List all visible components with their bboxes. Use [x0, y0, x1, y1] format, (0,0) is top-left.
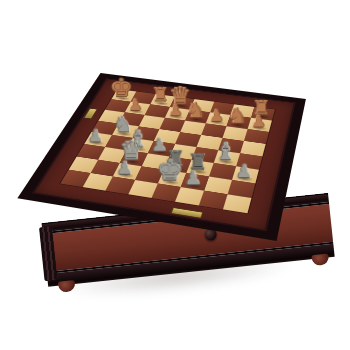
brass-plaque-back — [83, 108, 97, 119]
copper-pawn-h7[interactable]: ♟ — [251, 113, 266, 130]
copper-pawn-f7[interactable]: ♟ — [209, 107, 224, 123]
silver-bishop-g4[interactable]: ♝ — [215, 140, 236, 164]
chess-set-photo: ♚♜♛♜♟♟♞♟♞♟♞♟♝♟♝♛♜♜♟♟♚♟ — [0, 0, 350, 350]
copper-knight-g7[interactable]: ♞ — [228, 105, 247, 126]
copper-pawn-b7[interactable]: ♟ — [128, 97, 142, 113]
square-g2[interactable] — [204, 176, 232, 194]
copper-rook-c8[interactable]: ♜ — [152, 85, 169, 104]
silver-pawn-h3[interactable]: ♟ — [236, 162, 252, 180]
chess-box-top: ♚♜♛♜♟♟♞♟♞♟♞♟♝♟♝♛♜♜♟♟♚♟ — [17, 73, 306, 241]
square-f1[interactable] — [175, 187, 204, 205]
square-a3[interactable] — [77, 144, 106, 160]
square-h1[interactable] — [223, 194, 251, 213]
silver-pawn-d4[interactable]: ♟ — [151, 136, 167, 153]
silver-king-e2[interactable]: ♚ — [157, 155, 183, 184]
square-g7[interactable]: ♞ — [227, 115, 252, 129]
copper-pawn-d7[interactable]: ♟ — [168, 102, 183, 118]
square-e5[interactable] — [175, 132, 201, 147]
copper-knight-e7[interactable]: ♞ — [186, 100, 205, 121]
brass-plaque-front — [170, 207, 203, 218]
silver-pawn-a4[interactable]: ♟ — [88, 127, 103, 144]
square-h5[interactable] — [240, 141, 266, 157]
silver-pawn-c2[interactable]: ♟ — [116, 159, 132, 177]
right-foot — [311, 253, 329, 266]
square-h2[interactable] — [228, 180, 256, 198]
silver-pawn-f2[interactable]: ♟ — [185, 169, 201, 187]
